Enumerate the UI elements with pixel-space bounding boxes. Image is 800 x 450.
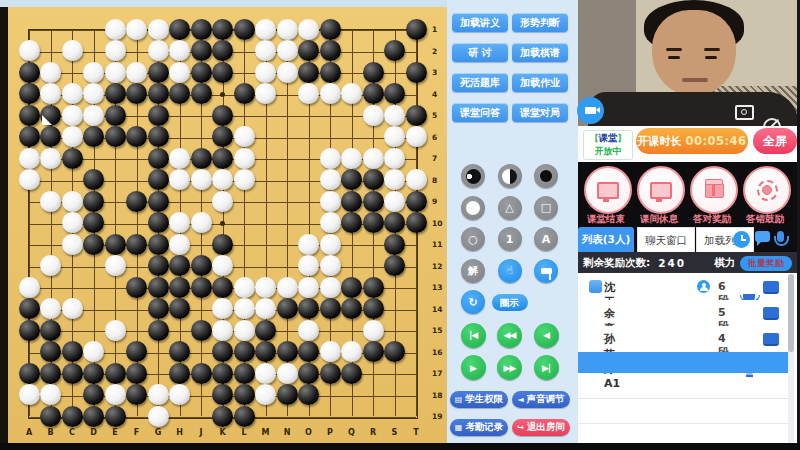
- black-stone-C7[interactable]: [62, 148, 83, 169]
- column-label: F: [129, 428, 145, 437]
- black-stone-S2[interactable]: [384, 40, 405, 61]
- black-stone-R16[interactable]: [363, 341, 384, 362]
- white-stone-C10[interactable]: [62, 212, 83, 233]
- white-stone-S5[interactable]: [384, 105, 405, 126]
- white-stone-S9[interactable]: [384, 191, 405, 212]
- black-stone-J4[interactable]: [191, 83, 212, 104]
- black-stone-tool[interactable]: [461, 164, 485, 188]
- white-stone-K14[interactable]: [212, 298, 233, 319]
- black-stone-J3[interactable]: [191, 62, 212, 83]
- black-stone-A4[interactable]: [19, 83, 40, 104]
- chat-icon[interactable]: [755, 231, 773, 249]
- number-mark-tool[interactable]: 1: [498, 227, 522, 251]
- white-stone-N17[interactable]: [277, 363, 298, 384]
- fullscreen-button[interactable]: 全屏: [753, 128, 797, 154]
- white-stone-J8[interactable]: [191, 169, 212, 190]
- black-stone-E11[interactable]: [105, 234, 126, 255]
- step-forward-button[interactable]: ▶: [461, 355, 486, 380]
- correct-reward-button[interactable]: [690, 166, 738, 214]
- black-stone-S11[interactable]: [384, 234, 405, 255]
- letter-mark-tool[interactable]: A: [534, 227, 558, 251]
- white-stone-D4[interactable]: [83, 83, 104, 104]
- skip-end-button[interactable]: ▶|: [534, 355, 559, 380]
- black-stone-J15[interactable]: [191, 320, 212, 341]
- volume-button[interactable]: ◄声音调节: [512, 391, 570, 408]
- white-stone-D5[interactable]: [83, 105, 104, 126]
- wrong-encourage-button[interactable]: [743, 166, 791, 214]
- lesson-button-3[interactable]: 研 讨: [452, 43, 508, 62]
- black-stone-C17[interactable]: [62, 363, 83, 384]
- black-stone-H14[interactable]: [169, 298, 190, 319]
- black-stone-K6[interactable]: [212, 126, 233, 147]
- reward-label: 剩余奖励次数:: [583, 256, 650, 270]
- black-stone-D11[interactable]: [83, 234, 104, 255]
- white-stone-F3[interactable]: [126, 62, 147, 83]
- white-stone-C9[interactable]: [62, 191, 83, 212]
- white-stone-S8[interactable]: [384, 169, 405, 190]
- batch-reward-button[interactable]: 批量奖励: [740, 256, 792, 271]
- black-stone-G12[interactable]: [148, 255, 169, 276]
- white-stone-B14[interactable]: [40, 298, 61, 319]
- hand-pointer-tool[interactable]: ☝: [498, 259, 522, 283]
- black-stone-G14[interactable]: [148, 298, 169, 319]
- black-stone-G5[interactable]: [148, 105, 169, 126]
- black-stone-Q13[interactable]: [341, 277, 362, 298]
- clock-icon[interactable]: [733, 231, 751, 249]
- white-stone-C14[interactable]: [62, 298, 83, 319]
- black-stone-K7[interactable]: [212, 148, 233, 169]
- go-classroom-app: ABCDEFGHJKLMNOPQRST123456789101112131415…: [0, 0, 800, 450]
- black-stone-E6[interactable]: [105, 126, 126, 147]
- book-icon[interactable]: [763, 333, 779, 346]
- webcam-off-icon[interactable]: [763, 118, 781, 126]
- white-stone-C4[interactable]: [62, 83, 83, 104]
- white-stone-Q16[interactable]: [341, 341, 362, 362]
- black-stone-T1[interactable]: [406, 19, 427, 40]
- white-stone-D16[interactable]: [83, 341, 104, 362]
- column-label: K: [215, 428, 231, 437]
- white-stone-E1[interactable]: [105, 19, 126, 40]
- fast-forward-button[interactable]: ▶▶: [497, 355, 522, 380]
- class-break-button[interactable]: [637, 166, 685, 214]
- black-stone-L1[interactable]: [234, 19, 255, 40]
- white-stone-E2[interactable]: [105, 40, 126, 61]
- black-stone-H4[interactable]: [169, 83, 190, 104]
- classroom-badge: 【课堂】 开放中: [583, 130, 633, 160]
- black-stone-L4[interactable]: [234, 83, 255, 104]
- white-stone-P13[interactable]: [320, 277, 341, 298]
- white-stone-B12[interactable]: [40, 255, 61, 276]
- column-label: B: [43, 428, 59, 437]
- student-permission-button[interactable]: ▤学生权限: [450, 391, 508, 408]
- black-stone-G10[interactable]: [148, 212, 169, 233]
- black-stone-F11[interactable]: [126, 234, 147, 255]
- black-stone-F6[interactable]: [126, 126, 147, 147]
- white-stone-L6[interactable]: [234, 126, 255, 147]
- white-stone-M1[interactable]: [255, 19, 276, 40]
- white-stone-C5[interactable]: [62, 105, 83, 126]
- white-stone-B7[interactable]: [40, 148, 61, 169]
- black-stone-H17[interactable]: [169, 363, 190, 384]
- column-label: M: [258, 428, 274, 437]
- black-stone-S4[interactable]: [384, 83, 405, 104]
- fast-rewind-button[interactable]: ◀◀: [497, 323, 522, 348]
- white-stone-N13[interactable]: [277, 277, 298, 298]
- black-stone-K13[interactable]: [212, 277, 233, 298]
- white-stone-O13[interactable]: [298, 277, 319, 298]
- white-stone-A2[interactable]: [19, 40, 40, 61]
- white-stone-A18[interactable]: [19, 384, 40, 405]
- white-stone-H18[interactable]: [169, 384, 190, 405]
- black-stone-F4[interactable]: [126, 83, 147, 104]
- white-stone-G2[interactable]: [148, 40, 169, 61]
- white-stone-L13[interactable]: [234, 277, 255, 298]
- black-stone-R4[interactable]: [363, 83, 384, 104]
- white-stone-H11[interactable]: [169, 234, 190, 255]
- white-stone-K12[interactable]: [212, 255, 233, 276]
- black-stone-G11[interactable]: [148, 234, 169, 255]
- black-stone-L16[interactable]: [234, 341, 255, 362]
- white-stone-N3[interactable]: [277, 62, 298, 83]
- column-label: N: [279, 428, 295, 437]
- black-stone-F9[interactable]: [126, 191, 147, 212]
- black-stone-G15[interactable]: [148, 320, 169, 341]
- skip-start-button[interactable]: |◀: [461, 323, 486, 348]
- white-stone-A7[interactable]: [19, 148, 40, 169]
- black-stone-G8[interactable]: [148, 169, 169, 190]
- circle-show-tool[interactable]: 圈示: [492, 294, 528, 311]
- white-stone-C6[interactable]: [62, 126, 83, 147]
- black-stone-S12[interactable]: [384, 255, 405, 276]
- white-stone-S7[interactable]: [384, 148, 405, 169]
- teacher-webcam-video: [578, 0, 797, 126]
- black-stone-G3[interactable]: [148, 62, 169, 83]
- book-icon[interactable]: [763, 307, 779, 320]
- student-list: 沈玉宇老师6段余奕辰A15段孙苗丹A14段: [0, 0, 13, 40]
- black-stone-S16[interactable]: [384, 341, 405, 362]
- column-label: D: [86, 428, 102, 437]
- black-stone-P2[interactable]: [320, 40, 341, 61]
- white-stone-L8[interactable]: [234, 169, 255, 190]
- white-stone-B9[interactable]: [40, 191, 61, 212]
- black-stone-C19[interactable]: [62, 406, 83, 427]
- black-stone-D10[interactable]: [83, 212, 104, 233]
- tab-2[interactable]: 聊天窗口: [637, 227, 695, 254]
- black-stone-A17[interactable]: [19, 363, 40, 384]
- black-stone-K5[interactable]: [212, 105, 233, 126]
- black-stone-K11[interactable]: [212, 234, 233, 255]
- white-stone-E18[interactable]: [105, 384, 126, 405]
- black-stone-R3[interactable]: [363, 62, 384, 83]
- lesson-button-6[interactable]: 加载作业: [512, 73, 568, 92]
- step-back-button[interactable]: ◀: [534, 323, 559, 348]
- white-stone-P8[interactable]: [320, 169, 341, 190]
- white-stone-M13[interactable]: [255, 277, 276, 298]
- black-stone-T3[interactable]: [406, 62, 427, 83]
- black-stone-T9[interactable]: [406, 191, 427, 212]
- white-stone-L7[interactable]: [234, 148, 255, 169]
- white-stone-P10[interactable]: [320, 212, 341, 233]
- lesson-button-2[interactable]: 形势判断: [512, 13, 568, 32]
- black-stone-E17[interactable]: [105, 363, 126, 384]
- black-stone-K16[interactable]: [212, 341, 233, 362]
- black-stone-D19[interactable]: [83, 406, 104, 427]
- white-stone-E3[interactable]: [105, 62, 126, 83]
- triangle-mark-tool[interactable]: △: [498, 196, 522, 220]
- white-stone-M17[interactable]: [255, 363, 276, 384]
- black-stone-H1[interactable]: [169, 19, 190, 40]
- black-stone-Q17[interactable]: [341, 363, 362, 384]
- white-stone-K8[interactable]: [212, 169, 233, 190]
- black-stone-B6[interactable]: [40, 126, 61, 147]
- class-duration-pill: 开课时长 00:05:46: [636, 128, 748, 154]
- camera-toggle-button[interactable]: [577, 97, 604, 124]
- white-stone-S6[interactable]: [384, 126, 405, 147]
- black-stone-J2[interactable]: [191, 40, 212, 61]
- correct-reward-button-label: 答对奖励: [684, 213, 740, 226]
- black-stone-N16[interactable]: [277, 341, 298, 362]
- black-stone-T5[interactable]: [406, 105, 427, 126]
- row-separator: [578, 398, 788, 399]
- black-stone-O17[interactable]: [298, 363, 319, 384]
- white-stone-O4[interactable]: [298, 83, 319, 104]
- white-stone-P9[interactable]: [320, 191, 341, 212]
- white-stone-M4[interactable]: [255, 83, 276, 104]
- black-stone-A15[interactable]: [19, 320, 40, 341]
- white-stone-Q4[interactable]: [341, 83, 362, 104]
- black-stone-R10[interactable]: [363, 212, 384, 233]
- black-stone-R8[interactable]: [363, 169, 384, 190]
- teacher-mouth: [682, 78, 708, 82]
- mic-icon[interactable]: [777, 231, 795, 249]
- attendance-button[interactable]: ▦考勤记录: [450, 419, 508, 436]
- black-stone-A5[interactable]: [19, 105, 40, 126]
- tab-1[interactable]: 列表(3人): [578, 227, 634, 252]
- black-stone-E5[interactable]: [105, 105, 126, 126]
- white-stone-M3[interactable]: [255, 62, 276, 83]
- white-stone-C2[interactable]: [62, 40, 83, 61]
- black-stone-L17[interactable]: [234, 363, 255, 384]
- white-stone-H7[interactable]: [169, 148, 190, 169]
- black-stone-C16[interactable]: [62, 341, 83, 362]
- white-stone-J10[interactable]: [191, 212, 212, 233]
- white-stone-R15[interactable]: [363, 320, 384, 341]
- black-stone-M16[interactable]: [255, 341, 276, 362]
- white-stone-B4[interactable]: [40, 83, 61, 104]
- row-label: 12: [432, 262, 446, 271]
- black-stone-A6[interactable]: [19, 126, 40, 147]
- black-stone-D8[interactable]: [83, 169, 104, 190]
- eraser-roller-tool[interactable]: [534, 259, 558, 283]
- white-stone-K15[interactable]: [212, 320, 233, 341]
- white-stone-P16[interactable]: [320, 341, 341, 362]
- black-stone-F13[interactable]: [126, 277, 147, 298]
- black-stone-J17[interactable]: [191, 363, 212, 384]
- lesson-button-5[interactable]: 死活题库: [452, 73, 508, 92]
- white-stone-O15[interactable]: [298, 320, 319, 341]
- circle-mark-tool[interactable]: ○: [461, 227, 485, 251]
- black-stone-T10[interactable]: [406, 212, 427, 233]
- black-stone-A14[interactable]: [19, 298, 40, 319]
- black-stone-Q8[interactable]: [341, 169, 362, 190]
- black-stone-P1[interactable]: [320, 19, 341, 40]
- black-stone-Q14[interactable]: [341, 298, 362, 319]
- white-stone-R5[interactable]: [363, 105, 384, 126]
- black-stone-K1[interactable]: [212, 19, 233, 40]
- black-stone-R13[interactable]: [363, 277, 384, 298]
- black-stone-L18[interactable]: [234, 384, 255, 405]
- column-label: L: [236, 428, 252, 437]
- black-stone-O3[interactable]: [298, 62, 319, 83]
- black-stone-J13[interactable]: [191, 277, 212, 298]
- black-stone-P17[interactable]: [320, 363, 341, 384]
- black-stone-R9[interactable]: [363, 191, 384, 212]
- white-stone-A8[interactable]: [19, 169, 40, 190]
- black-stone-P14[interactable]: [320, 298, 341, 319]
- black-stone-O18[interactable]: [298, 384, 319, 405]
- black-stone-E19[interactable]: [105, 406, 126, 427]
- white-stone-H3[interactable]: [169, 62, 190, 83]
- row-label: 14: [432, 305, 446, 314]
- black-stone-M15[interactable]: [255, 320, 276, 341]
- white-stone-R7[interactable]: [363, 148, 384, 169]
- white-stone-A13[interactable]: [19, 277, 40, 298]
- white-stone-B18[interactable]: [40, 384, 61, 405]
- white-stone-M14[interactable]: [255, 298, 276, 319]
- white-stone-E12[interactable]: [105, 255, 126, 276]
- black-stone-G6[interactable]: [148, 126, 169, 147]
- scrollbar-thumb[interactable]: [788, 274, 794, 352]
- black-stone-K18[interactable]: [212, 384, 233, 405]
- attendance-button-icon: ▦: [455, 423, 463, 432]
- exit-room-button[interactable]: ↪退出房间: [512, 419, 570, 436]
- black-stone-O2[interactable]: [298, 40, 319, 61]
- black-stone-D9[interactable]: [83, 191, 104, 212]
- white-stone-F1[interactable]: [126, 19, 147, 40]
- black-stone-O16[interactable]: [298, 341, 319, 362]
- black-stone-H16[interactable]: [169, 341, 190, 362]
- white-stone-alt-tool[interactable]: [498, 164, 522, 188]
- black-stone-G4[interactable]: [148, 83, 169, 104]
- white-stone-N2[interactable]: [277, 40, 298, 61]
- black-stone-L19[interactable]: [234, 406, 255, 427]
- black-stone-K17[interactable]: [212, 363, 233, 384]
- white-stone-O1[interactable]: [298, 19, 319, 40]
- black-stone-A3[interactable]: [19, 62, 40, 83]
- square-mark-tool[interactable]: □: [534, 196, 558, 220]
- white-stone-P4[interactable]: [320, 83, 341, 104]
- white-stone-P11[interactable]: [320, 234, 341, 255]
- white-stone-O12[interactable]: [298, 255, 319, 276]
- black-stone-F16[interactable]: [126, 341, 147, 362]
- black-stone-N14[interactable]: [277, 298, 298, 319]
- white-stone-B3[interactable]: [40, 62, 61, 83]
- sync-tool[interactable]: ↻: [461, 290, 485, 314]
- black-stone-K2[interactable]: [212, 40, 233, 61]
- black-stone-Q9[interactable]: [341, 191, 362, 212]
- small-black-stone-tool[interactable]: [534, 164, 558, 188]
- black-stone-B15[interactable]: [40, 320, 61, 341]
- answer-tool[interactable]: 解: [461, 259, 485, 283]
- white-stone-M18[interactable]: [255, 384, 276, 405]
- black-stone-D18[interactable]: [83, 384, 104, 405]
- black-stone-G13[interactable]: [148, 277, 169, 298]
- white-stone-L14[interactable]: [234, 298, 255, 319]
- black-stone-S10[interactable]: [384, 212, 405, 233]
- volume-button-icon: ◄: [517, 395, 523, 404]
- white-stone-C11[interactable]: [62, 234, 83, 255]
- reward-count: 240: [658, 257, 686, 269]
- row-separator: [578, 423, 788, 424]
- white-stone-tool[interactable]: [461, 196, 485, 220]
- black-stone-J7[interactable]: [191, 148, 212, 169]
- strength-label: 棋力: [714, 256, 735, 270]
- lesson-button-8[interactable]: 课堂对局: [512, 103, 568, 122]
- black-stone-B17[interactable]: [40, 363, 61, 384]
- white-stone-K9[interactable]: [212, 191, 233, 212]
- white-stone-T6[interactable]: [406, 126, 427, 147]
- black-stone-B19[interactable]: [40, 406, 61, 427]
- black-stone-F17[interactable]: [126, 363, 147, 384]
- black-stone-F18[interactable]: [126, 384, 147, 405]
- black-stone-G9[interactable]: [148, 191, 169, 212]
- black-stone-D17[interactable]: [83, 363, 104, 384]
- white-stone-E15[interactable]: [105, 320, 126, 341]
- lesson-button-1[interactable]: 加载讲义: [452, 13, 508, 32]
- black-stone-H12[interactable]: [169, 255, 190, 276]
- white-stone-G1[interactable]: [148, 19, 169, 40]
- black-stone-B16[interactable]: [40, 341, 61, 362]
- column-label: G: [150, 428, 166, 437]
- white-stone-G19[interactable]: [148, 406, 169, 427]
- white-stone-M2[interactable]: [255, 40, 276, 61]
- white-stone-H8[interactable]: [169, 169, 190, 190]
- white-stone-O11[interactable]: [298, 234, 319, 255]
- lesson-button-7[interactable]: 课堂问答: [452, 103, 508, 122]
- black-stone-K19[interactable]: [212, 406, 233, 427]
- white-stone-P12[interactable]: [320, 255, 341, 276]
- black-stone-K3[interactable]: [212, 62, 233, 83]
- black-stone-P3[interactable]: [320, 62, 341, 83]
- lesson-button-4[interactable]: 加载棋谱: [512, 43, 568, 62]
- black-stone-N18[interactable]: [277, 384, 298, 405]
- selected-row[interactable]: [578, 352, 788, 373]
- black-stone-R14[interactable]: [363, 298, 384, 319]
- book-icon[interactable]: [763, 281, 779, 294]
- white-stone-P7[interactable]: [320, 148, 341, 169]
- black-stone-E4[interactable]: [105, 83, 126, 104]
- black-stone-Q10[interactable]: [341, 212, 362, 233]
- black-stone-J1[interactable]: [191, 19, 212, 40]
- black-stone-D6[interactable]: [83, 126, 104, 147]
- white-stone-H2[interactable]: [169, 40, 190, 61]
- black-stone-H13[interactable]: [169, 277, 190, 298]
- white-stone-G18[interactable]: [148, 384, 169, 405]
- black-stone-J12[interactable]: [191, 255, 212, 276]
- white-stone-H10[interactable]: [169, 212, 190, 233]
- teacher-eye: [705, 56, 717, 59]
- white-stone-T8[interactable]: [406, 169, 427, 190]
- last-move-triangle-marker: [42, 115, 52, 125]
- black-stone-O14[interactable]: [298, 298, 319, 319]
- white-stone-L15[interactable]: [234, 320, 255, 341]
- white-stone-N1[interactable]: [277, 19, 298, 40]
- white-stone-Q7[interactable]: [341, 148, 362, 169]
- black-stone-G7[interactable]: [148, 148, 169, 169]
- white-stone-D3[interactable]: [83, 62, 104, 83]
- end-class-button[interactable]: [584, 166, 632, 214]
- snapshot-icon[interactable]: [735, 105, 754, 120]
